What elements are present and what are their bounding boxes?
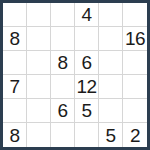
cell-r3c2[interactable] bbox=[27, 51, 51, 75]
cell-r5c1[interactable] bbox=[3, 99, 27, 123]
cell-r4c5[interactable] bbox=[99, 75, 123, 99]
cell-r4c6[interactable] bbox=[123, 75, 147, 99]
cell-r2c5[interactable] bbox=[99, 27, 123, 51]
cell-r5c3[interactable]: 6 bbox=[51, 99, 75, 123]
cell-r3c4[interactable]: 6 bbox=[75, 51, 99, 75]
cell-r3c5[interactable] bbox=[99, 51, 123, 75]
cell-r6c6[interactable]: 2 bbox=[123, 123, 147, 147]
cell-r4c2[interactable] bbox=[27, 75, 51, 99]
cell-r4c4[interactable]: 12 bbox=[75, 75, 99, 99]
cell-r6c1[interactable]: 8 bbox=[3, 123, 27, 147]
cell-r1c3[interactable] bbox=[51, 3, 75, 27]
cell-r5c5[interactable] bbox=[99, 99, 123, 123]
cell-r2c3[interactable] bbox=[51, 27, 75, 51]
cell-r6c5[interactable]: 5 bbox=[99, 123, 123, 147]
cell-r1c6[interactable] bbox=[123, 3, 147, 27]
cell-r6c4[interactable] bbox=[75, 123, 99, 147]
cell-r2c1[interactable]: 8 bbox=[3, 27, 27, 51]
cell-r6c3[interactable] bbox=[51, 123, 75, 147]
cell-r3c6[interactable] bbox=[123, 51, 147, 75]
cell-r1c1[interactable] bbox=[3, 3, 27, 27]
cell-r5c2[interactable] bbox=[27, 99, 51, 123]
cell-r3c1[interactable] bbox=[3, 51, 27, 75]
cell-r1c5[interactable] bbox=[99, 3, 123, 27]
cell-r4c3[interactable] bbox=[51, 75, 75, 99]
cell-r6c2[interactable] bbox=[27, 123, 51, 147]
cell-r5c4[interactable]: 5 bbox=[75, 99, 99, 123]
cell-r3c3[interactable]: 8 bbox=[51, 51, 75, 75]
cell-r1c4[interactable]: 4 bbox=[75, 3, 99, 27]
cell-r5c6[interactable] bbox=[123, 99, 147, 123]
cell-r2c2[interactable] bbox=[27, 27, 51, 51]
cell-r1c2[interactable] bbox=[27, 3, 51, 27]
cell-r4c1[interactable]: 7 bbox=[3, 75, 27, 99]
cell-r2c4[interactable] bbox=[75, 27, 99, 51]
puzzle-board: 4 8 16 8 6 7 12 6 5 8 5 2 bbox=[0, 0, 150, 150]
cell-r2c6[interactable]: 16 bbox=[123, 27, 147, 51]
